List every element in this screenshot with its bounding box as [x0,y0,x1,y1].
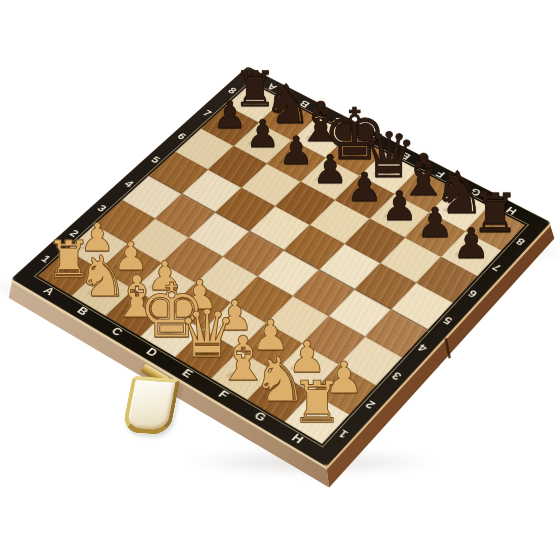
piece-black-pawn-f7[interactable]: ♟ [381,185,417,226]
piece-white-rook-h1[interactable]: ♜ [291,374,342,431]
piece-black-pawn-d7[interactable]: ♟ [312,149,347,189]
piece-black-pawn-h7[interactable]: ♟ [452,222,490,264]
piece-black-pawn-a7[interactable]: ♟ [213,98,247,136]
chess-set-photo: ABCDEFGH ABCDEFGH 87654321 87654321 ♜♞♝♚… [0,0,560,560]
piece-black-pawn-b7[interactable]: ♟ [246,115,280,153]
piece-black-pawn-c7[interactable]: ♟ [279,132,314,171]
piece-black-pawn-g7[interactable]: ♟ [417,204,454,245]
piece-black-pawn-e7[interactable]: ♟ [347,167,383,207]
